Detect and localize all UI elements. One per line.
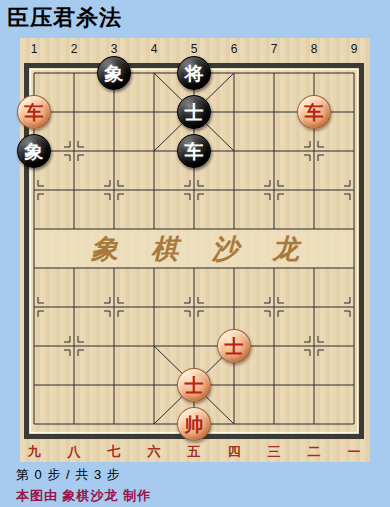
move-counter: 第 0 步 / 共 3 步	[16, 466, 121, 484]
bottom-coord-五: 五	[174, 445, 214, 459]
bottom-coord-九: 九	[14, 445, 54, 459]
river-watermark: 象 棋 沙 龙	[20, 230, 370, 268]
bottom-coord-一: 一	[334, 445, 374, 459]
piece-black-elephant[interactable]: 象	[97, 56, 131, 90]
bottom-coord-二: 二	[294, 445, 334, 459]
bottom-coord-三: 三	[254, 445, 294, 459]
piece-red-chariot[interactable]: 车	[17, 95, 51, 129]
piece-black-elephant[interactable]: 象	[17, 134, 51, 168]
bottom-coord-四: 四	[214, 445, 254, 459]
page: 臣压君杀法 123456789 象 棋 沙 龙 象将车士车象车士士帅 九八七六五…	[0, 0, 390, 507]
piece-red-chariot[interactable]: 车	[297, 95, 331, 129]
piece-black-general[interactable]: 将	[177, 56, 211, 90]
piece-red-advisor[interactable]: 士	[177, 368, 211, 402]
piece-black-advisor[interactable]: 士	[177, 95, 211, 129]
credit: 本图由 象棋沙龙 制作	[16, 487, 151, 505]
piece-red-advisor[interactable]: 士	[217, 329, 251, 363]
bottom-coord-七: 七	[94, 445, 134, 459]
bottom-coord-六: 六	[134, 445, 174, 459]
bottom-coord-八: 八	[54, 445, 94, 459]
piece-red-general[interactable]: 帅	[177, 407, 211, 441]
piece-black-chariot[interactable]: 车	[177, 134, 211, 168]
page-title: 臣压君杀法	[7, 3, 122, 33]
xiangqi-board[interactable]: 123456789 象 棋 沙 龙 象将车士车象车士士帅 九八七六五四三二一	[20, 38, 370, 462]
